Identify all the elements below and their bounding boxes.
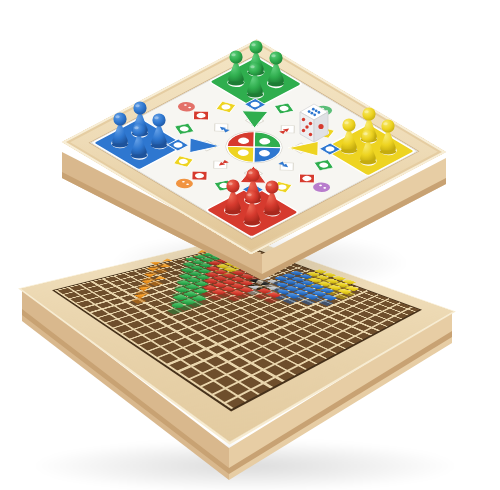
product-photo-stage xyxy=(0,0,500,490)
ludo-track-art xyxy=(90,55,418,239)
ludo-printed-surface xyxy=(90,55,418,239)
peg-shadow xyxy=(227,295,242,301)
peg-shadow xyxy=(282,298,297,304)
peg-shadow xyxy=(318,300,333,306)
peg-shadow xyxy=(334,294,349,300)
peg-shadow xyxy=(208,294,223,300)
peg-shadow xyxy=(300,299,315,305)
ludo-board-top-face xyxy=(62,39,447,254)
peg-shadow xyxy=(131,298,147,305)
pegboard-floor-shadow xyxy=(30,440,460,490)
